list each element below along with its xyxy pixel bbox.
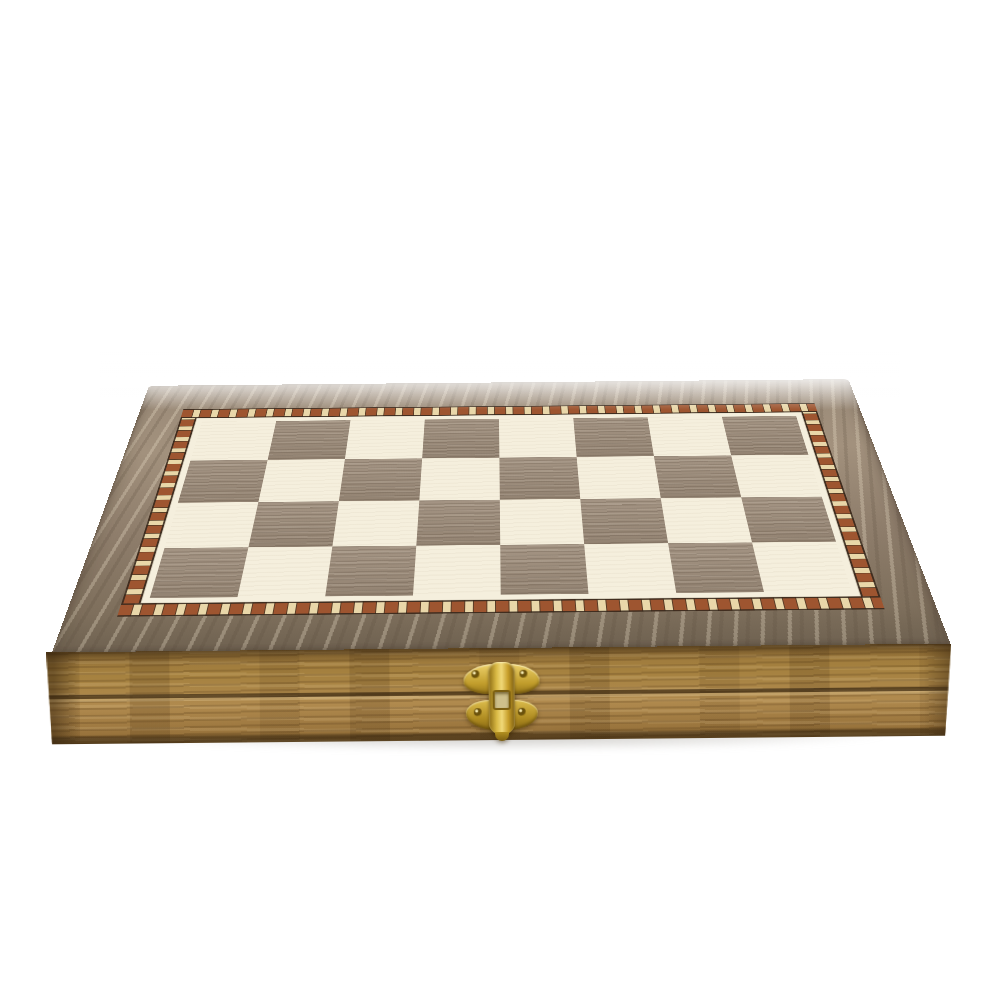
brass-latch	[461, 660, 542, 745]
lid-square-r2c8-light	[731, 455, 821, 498]
lid-square-r1c6-dark	[573, 417, 654, 456]
lid-square-r3c5-light	[500, 499, 584, 545]
lid-square-r4c5-dark	[500, 544, 588, 595]
lid-square-r2c5-dark	[499, 457, 580, 500]
latch-screw-icon	[474, 708, 482, 716]
lid-square-r1c8-dark	[722, 416, 809, 455]
lid-square-r3c6-dark	[580, 498, 668, 544]
lid-square-r1c4-dark	[422, 419, 499, 458]
lid-square-r3c3-light	[332, 500, 419, 546]
lid-square-r1c3-light	[345, 420, 425, 459]
lid-square-r4c1-dark	[150, 547, 249, 598]
latch-tongue-tip	[495, 732, 509, 741]
lid-square-r2c6-light	[577, 456, 661, 499]
lid-square-r4c7-dark	[668, 543, 764, 593]
lid-square-r4c4-light	[413, 545, 501, 596]
lid-square-r1c2-dark	[268, 420, 351, 459]
lid-square-r4c3-dark	[325, 546, 416, 597]
lid-square-r4c6-light	[584, 543, 676, 593]
lid-square-r3c1-light	[164, 502, 258, 548]
lid-square-r3c8-dark	[741, 496, 836, 542]
lid-square-r1c7-light	[648, 417, 732, 456]
chess-box	[0, 0, 1000, 1000]
lid-square-r2c3-dark	[339, 458, 422, 501]
lid-square-r2c4-light	[419, 458, 499, 501]
lid-square-r3c7-light	[661, 497, 752, 543]
latch-screw-icon	[471, 670, 479, 678]
lid-square-r1c1-light	[190, 421, 276, 461]
box-lid-top-face	[51, 379, 951, 654]
chessboard-grid	[150, 416, 852, 598]
box-lid-perspective	[51, 379, 951, 654]
lid-square-r2c2-light	[258, 459, 344, 502]
product-photo-scene	[0, 0, 1000, 1000]
lid-square-r3c4-dark	[416, 499, 500, 545]
latch-screw-icon	[518, 708, 526, 716]
lid-square-r3c2-dark	[248, 501, 338, 547]
latch-screw-icon	[519, 670, 527, 678]
lid-square-r2c7-dark	[654, 455, 741, 498]
lid-square-r4c2-light	[237, 547, 332, 598]
lid-square-r1c5-light	[499, 418, 577, 457]
lid-square-r2c1-dark	[178, 460, 268, 503]
lid-square-r4c8-light	[752, 542, 852, 592]
board-cream-margin	[140, 412, 861, 603]
latch-catch-slot	[493, 690, 511, 710]
